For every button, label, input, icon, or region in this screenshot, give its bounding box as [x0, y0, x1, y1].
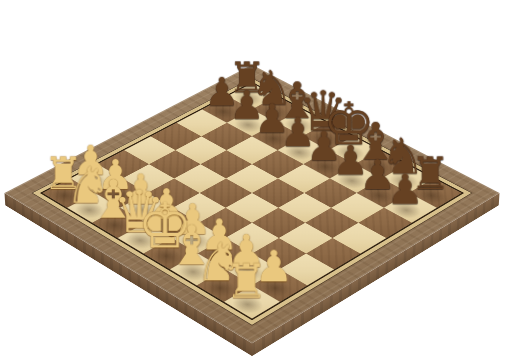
piece-white-rook: ♜: [180, 257, 313, 305]
square-h1: ♜: [224, 285, 280, 318]
piece-black-pawn: ♟: [342, 169, 468, 210]
chess-set-photo: ♜♞♝♛♚♝♞♜♟♟♟♟♟♟♟♟♟♟♟♟♟♟♟♟♜♞♝♛♚♝♞♜: [0, 0, 510, 364]
chess-board: ♜♞♝♛♚♝♞♜♟♟♟♟♟♟♟♟♟♟♟♟♟♟♟♟♜♞♝♛♚♝♞♜: [5, 65, 500, 344]
playing-area: ♜♞♝♛♚♝♞♜♟♟♟♟♟♟♟♟♟♟♟♟♟♟♟♟♜♞♝♛♚♝♞♜: [43, 83, 462, 318]
